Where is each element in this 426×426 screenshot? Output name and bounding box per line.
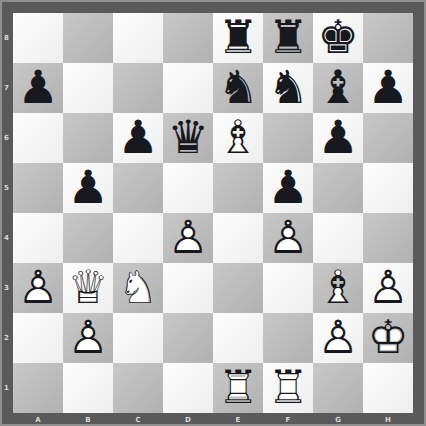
file-label-g: G <box>313 413 363 426</box>
square-b4[interactable] <box>63 213 113 263</box>
piece-white-pawn-f4[interactable]: ♟♙ <box>263 213 313 263</box>
square-h5[interactable] <box>363 163 413 213</box>
square-h1[interactable] <box>363 363 413 413</box>
white-piece-fill-glyph: ♞ <box>113 262 163 312</box>
square-e8[interactable]: ♜ <box>213 13 263 63</box>
rank-label-8: 8 <box>0 13 13 63</box>
square-h6[interactable] <box>363 113 413 163</box>
rank-label-1: 1 <box>0 363 13 413</box>
white-piece-fill-glyph: ♝ <box>213 112 263 162</box>
square-b2[interactable]: ♟♙ <box>63 313 113 363</box>
piece-black-pawn-f5[interactable]: ♟ <box>263 163 313 213</box>
rank-label-4: 4 <box>0 213 13 263</box>
piece-black-rook-f8[interactable]: ♜ <box>263 13 313 63</box>
white-piece-outline-glyph: ♗ <box>213 112 263 162</box>
square-c7[interactable] <box>113 63 163 113</box>
file-label-h: H <box>363 413 413 426</box>
file-label-c: C <box>113 413 163 426</box>
white-piece-fill-glyph: ♝ <box>313 262 363 312</box>
white-piece-outline-glyph: ♙ <box>263 212 313 262</box>
white-piece-outline-glyph: ♙ <box>363 262 413 312</box>
square-b8[interactable] <box>63 13 113 63</box>
square-g8[interactable]: ♚ <box>313 13 363 63</box>
square-d6[interactable]: ♛ <box>163 113 213 163</box>
square-b1[interactable] <box>63 363 113 413</box>
square-b6[interactable] <box>63 113 113 163</box>
piece-white-pawn-b2[interactable]: ♟♙ <box>63 313 113 363</box>
square-d1[interactable] <box>163 363 213 413</box>
rank-label-6: 6 <box>0 113 13 163</box>
square-h7[interactable]: ♟ <box>363 63 413 113</box>
square-a8[interactable] <box>13 13 63 63</box>
white-piece-fill-glyph: ♛ <box>63 262 113 312</box>
white-piece-fill-glyph: ♟ <box>263 212 313 262</box>
white-piece-fill-glyph: ♚ <box>363 312 413 362</box>
file-label-a: A <box>13 413 63 426</box>
square-a5[interactable] <box>13 163 63 213</box>
square-e2[interactable] <box>213 313 263 363</box>
white-piece-outline-glyph: ♔ <box>363 312 413 362</box>
square-g1[interactable] <box>313 363 363 413</box>
square-d4[interactable]: ♟♙ <box>163 213 213 263</box>
white-piece-fill-glyph: ♟ <box>163 212 213 262</box>
square-f6[interactable] <box>263 113 313 163</box>
black-piece-glyph: ♟ <box>313 112 363 162</box>
white-piece-fill-glyph: ♜ <box>213 362 263 412</box>
square-h2[interactable]: ♚♔ <box>363 313 413 363</box>
square-f8[interactable]: ♜ <box>263 13 313 63</box>
square-c2[interactable] <box>113 313 163 363</box>
square-e7[interactable]: ♞ <box>213 63 263 113</box>
black-piece-glyph: ♟ <box>63 162 113 212</box>
square-b3[interactable]: ♛♕ <box>63 263 113 313</box>
square-f5[interactable]: ♟ <box>263 163 313 213</box>
piece-black-queen-d6[interactable]: ♛ <box>163 113 213 163</box>
white-piece-outline-glyph: ♙ <box>13 262 63 312</box>
black-piece-glyph: ♝ <box>313 62 363 112</box>
white-piece-fill-glyph: ♟ <box>313 312 363 362</box>
square-b5[interactable]: ♟ <box>63 163 113 213</box>
square-g4[interactable] <box>313 213 363 263</box>
piece-white-pawn-a3[interactable]: ♟♙ <box>13 263 63 313</box>
black-piece-glyph: ♜ <box>213 12 263 62</box>
square-g5[interactable] <box>313 163 363 213</box>
piece-black-rook-e8[interactable]: ♜ <box>213 13 263 63</box>
black-piece-glyph: ♟ <box>13 62 63 112</box>
piece-white-rook-e1[interactable]: ♜♖ <box>213 363 263 413</box>
square-a2[interactable] <box>13 313 63 363</box>
piece-white-pawn-g2[interactable]: ♟♙ <box>313 313 363 363</box>
black-piece-glyph: ♞ <box>263 62 313 112</box>
square-g3[interactable]: ♝♗ <box>313 263 363 313</box>
file-label-f: F <box>263 413 313 426</box>
square-c4[interactable] <box>113 213 163 263</box>
square-a4[interactable] <box>13 213 63 263</box>
square-e6[interactable]: ♝♗ <box>213 113 263 163</box>
square-c5[interactable] <box>113 163 163 213</box>
piece-black-pawn-g6[interactable]: ♟ <box>313 113 363 163</box>
board-frame: ♜♜♚♟♞♞♝♟♟♛♝♗♟♟♟♟♙♟♙♟♙♛♕♞♘♝♗♟♙♟♙♟♙♚♔♜♖♜♖ … <box>0 0 426 426</box>
rank-label-7: 7 <box>0 63 13 113</box>
white-piece-outline-glyph: ♘ <box>113 262 163 312</box>
square-d8[interactable] <box>163 13 213 63</box>
square-e4[interactable] <box>213 213 263 263</box>
square-f7[interactable]: ♞ <box>263 63 313 113</box>
square-d3[interactable] <box>163 263 213 313</box>
black-piece-glyph: ♟ <box>113 112 163 162</box>
square-f2[interactable] <box>263 313 313 363</box>
piece-white-bishop-g3[interactable]: ♝♗ <box>313 263 363 313</box>
square-g6[interactable]: ♟ <box>313 113 363 163</box>
square-d5[interactable] <box>163 163 213 213</box>
square-a3[interactable]: ♟♙ <box>13 263 63 313</box>
square-a6[interactable] <box>13 113 63 163</box>
black-piece-glyph: ♞ <box>213 62 263 112</box>
file-label-e: E <box>213 413 263 426</box>
black-piece-glyph: ♛ <box>163 112 213 162</box>
piece-black-knight-f7[interactable]: ♞ <box>263 63 313 113</box>
square-c6[interactable]: ♟ <box>113 113 163 163</box>
square-e5[interactable] <box>213 163 263 213</box>
piece-black-bishop-g7[interactable]: ♝ <box>313 63 363 113</box>
file-label-d: D <box>163 413 213 426</box>
piece-white-queen-b3[interactable]: ♛♕ <box>63 263 113 313</box>
square-c1[interactable] <box>113 363 163 413</box>
black-piece-glyph: ♜ <box>263 12 313 62</box>
square-h3[interactable]: ♟♙ <box>363 263 413 313</box>
white-piece-outline-glyph: ♗ <box>313 262 363 312</box>
piece-white-king-h2[interactable]: ♚♔ <box>363 313 413 363</box>
white-piece-fill-glyph: ♟ <box>363 262 413 312</box>
square-g7[interactable]: ♝ <box>313 63 363 113</box>
white-piece-outline-glyph: ♖ <box>263 362 313 412</box>
black-piece-glyph: ♟ <box>363 62 413 112</box>
square-d2[interactable] <box>163 313 213 363</box>
square-g2[interactable]: ♟♙ <box>313 313 363 363</box>
piece-black-knight-e7[interactable]: ♞ <box>213 63 263 113</box>
piece-black-pawn-c6[interactable]: ♟ <box>113 113 163 163</box>
white-piece-outline-glyph: ♙ <box>63 312 113 362</box>
piece-black-pawn-b5[interactable]: ♟ <box>63 163 113 213</box>
piece-white-pawn-d4[interactable]: ♟♙ <box>163 213 213 263</box>
square-b7[interactable] <box>63 63 113 113</box>
file-label-b: B <box>63 413 113 426</box>
square-d7[interactable] <box>163 63 213 113</box>
piece-black-pawn-h7[interactable]: ♟ <box>363 63 413 113</box>
square-c8[interactable] <box>113 13 163 63</box>
rank-label-5: 5 <box>0 163 13 213</box>
rank-label-3: 3 <box>0 263 13 313</box>
piece-black-pawn-a7[interactable]: ♟ <box>13 63 63 113</box>
piece-white-pawn-h3[interactable]: ♟♙ <box>363 263 413 313</box>
rank-label-2: 2 <box>0 313 13 363</box>
white-piece-outline-glyph: ♙ <box>163 212 213 262</box>
piece-white-rook-f1[interactable]: ♜♖ <box>263 363 313 413</box>
white-piece-fill-glyph: ♟ <box>13 262 63 312</box>
black-piece-glyph: ♟ <box>263 162 313 212</box>
piece-white-knight-c3[interactable]: ♞♘ <box>113 263 163 313</box>
square-f4[interactable]: ♟♙ <box>263 213 313 263</box>
white-piece-outline-glyph: ♙ <box>313 312 363 362</box>
white-piece-fill-glyph: ♜ <box>263 362 313 412</box>
square-f3[interactable] <box>263 263 313 313</box>
piece-black-king-g8[interactable]: ♚ <box>313 13 363 63</box>
chess-board: ♜♜♚♟♞♞♝♟♟♛♝♗♟♟♟♟♙♟♙♟♙♛♕♞♘♝♗♟♙♟♙♟♙♚♔♜♖♜♖ <box>13 13 413 413</box>
black-piece-glyph: ♚ <box>313 12 363 62</box>
square-h8[interactable] <box>363 13 413 63</box>
square-e3[interactable] <box>213 263 263 313</box>
square-c3[interactable]: ♞♘ <box>113 263 163 313</box>
white-piece-fill-glyph: ♟ <box>63 312 113 362</box>
square-a7[interactable]: ♟ <box>13 63 63 113</box>
square-h4[interactable] <box>363 213 413 263</box>
white-piece-outline-glyph: ♖ <box>213 362 263 412</box>
white-piece-outline-glyph: ♕ <box>63 262 113 312</box>
piece-white-bishop-e6[interactable]: ♝♗ <box>213 113 263 163</box>
square-f1[interactable]: ♜♖ <box>263 363 313 413</box>
square-a1[interactable] <box>13 363 63 413</box>
square-e1[interactable]: ♜♖ <box>213 363 263 413</box>
